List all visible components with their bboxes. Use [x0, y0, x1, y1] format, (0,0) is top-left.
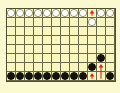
board-cell[interactable]: ●: [7, 9, 16, 18]
black-stone[interactable]: ●: [88, 63, 96, 71]
board-cell[interactable]: [79, 27, 88, 36]
board-cell[interactable]: [34, 54, 43, 63]
board-cell[interactable]: [52, 63, 61, 72]
white-stone[interactable]: ●: [70, 9, 78, 17]
board-cell[interactable]: ●: [97, 9, 106, 18]
board-cell[interactable]: [61, 63, 70, 72]
board-cell[interactable]: ●: [34, 9, 43, 18]
board-cell[interactable]: [106, 54, 115, 63]
board-cell[interactable]: [97, 36, 106, 45]
board-cell[interactable]: ●: [88, 63, 97, 72]
board-cell[interactable]: [106, 27, 115, 36]
black-stone[interactable]: ●: [43, 72, 51, 80]
board-cell[interactable]: [70, 54, 79, 63]
board-cell[interactable]: [25, 18, 34, 27]
board-cell[interactable]: [70, 18, 79, 27]
board-cell[interactable]: ●: [106, 9, 115, 18]
board-cell[interactable]: ●: [34, 72, 43, 81]
board-cell[interactable]: [52, 27, 61, 36]
board-cell[interactable]: ●: [25, 72, 34, 81]
board-cell[interactable]: [7, 45, 16, 54]
board-cell[interactable]: [43, 45, 52, 54]
board-cell[interactable]: [61, 54, 70, 63]
board-cell[interactable]: [16, 36, 25, 45]
board-cell[interactable]: [79, 45, 88, 54]
board-cell[interactable]: [7, 54, 16, 63]
board-cell[interactable]: ●: [16, 72, 25, 81]
board-cell[interactable]: [61, 36, 70, 45]
board-cell[interactable]: [25, 27, 34, 36]
board-cell[interactable]: ●: [43, 72, 52, 81]
board-cell[interactable]: ●: [25, 9, 34, 18]
board-cell[interactable]: ●: [70, 72, 79, 81]
black-stone[interactable]: ●: [16, 72, 24, 80]
board-cell[interactable]: [70, 27, 79, 36]
board-cell[interactable]: [61, 18, 70, 27]
white-stone[interactable]: ●: [88, 18, 96, 26]
board-cell[interactable]: ●: [43, 9, 52, 18]
white-stone[interactable]: ●: [61, 9, 69, 17]
board-cell[interactable]: [88, 27, 97, 36]
board-cell[interactable]: [88, 72, 97, 81]
board-cell[interactable]: [79, 36, 88, 45]
board-cell[interactable]: [16, 18, 25, 27]
white-stone[interactable]: ●: [25, 9, 33, 17]
board-cell[interactable]: [106, 36, 115, 45]
board-cell[interactable]: ●: [16, 9, 25, 18]
board-cell[interactable]: [106, 45, 115, 54]
black-stone[interactable]: ●: [7, 72, 15, 80]
board-cell[interactable]: [61, 45, 70, 54]
board-cell[interactable]: ●: [52, 9, 61, 18]
board-cell[interactable]: ●: [61, 9, 70, 18]
board-cell[interactable]: [52, 36, 61, 45]
board-cell[interactable]: ●: [61, 72, 70, 81]
black-stone[interactable]: ●: [79, 72, 87, 80]
black-stone[interactable]: ●: [106, 72, 114, 80]
white-stone[interactable]: ●: [43, 9, 51, 17]
board-cell[interactable]: [25, 54, 34, 63]
board-cell[interactable]: [16, 45, 25, 54]
board-cell[interactable]: [52, 18, 61, 27]
board-cell[interactable]: [34, 36, 43, 45]
board-cell[interactable]: [34, 18, 43, 27]
board-cell[interactable]: [7, 27, 16, 36]
white-stone[interactable]: ●: [7, 9, 15, 17]
white-stone[interactable]: ●: [106, 9, 114, 17]
board-cell[interactable]: ●: [70, 9, 79, 18]
board-cell[interactable]: [34, 27, 43, 36]
page-background: ●●●●●●●●●●●●●●●●●●●●●●●●: [0, 0, 120, 93]
black-stone[interactable]: ●: [70, 72, 78, 80]
board-cell[interactable]: [97, 72, 106, 81]
board-cell[interactable]: [97, 18, 106, 27]
black-stone[interactable]: ●: [97, 54, 105, 62]
board-cell[interactable]: [25, 63, 34, 72]
board-cell[interactable]: [43, 18, 52, 27]
latrunculi-board: ●●●●●●●●●●●●●●●●●●●●●●●●: [6, 8, 116, 82]
black-stone[interactable]: ●: [61, 72, 69, 80]
board-cell[interactable]: [16, 54, 25, 63]
board-cell[interactable]: [43, 36, 52, 45]
board-cell[interactable]: [61, 27, 70, 36]
board-cell[interactable]: [88, 45, 97, 54]
black-stone[interactable]: ●: [34, 72, 42, 80]
board-cell[interactable]: [88, 9, 97, 18]
board-cell[interactable]: ●: [106, 72, 115, 81]
white-stone[interactable]: ●: [16, 9, 24, 17]
board-cell[interactable]: [43, 63, 52, 72]
board-cell[interactable]: [25, 36, 34, 45]
board-cell[interactable]: [43, 54, 52, 63]
board-cell[interactable]: ●: [88, 18, 97, 27]
white-stone[interactable]: ●: [79, 9, 87, 17]
board-cell[interactable]: [97, 63, 106, 72]
black-stone[interactable]: ●: [52, 72, 60, 80]
board-cell[interactable]: [43, 27, 52, 36]
board-cell[interactable]: [97, 45, 106, 54]
board-cell[interactable]: [34, 63, 43, 72]
board-cell[interactable]: [7, 18, 16, 27]
board-cell[interactable]: [79, 18, 88, 27]
board-cell[interactable]: [88, 36, 97, 45]
board-cell[interactable]: [34, 45, 43, 54]
board-cell[interactable]: [16, 27, 25, 36]
board-cell[interactable]: [7, 36, 16, 45]
board-cell[interactable]: [88, 54, 97, 63]
board-cell[interactable]: [97, 27, 106, 36]
black-stone[interactable]: ●: [25, 72, 33, 80]
board-cell[interactable]: [106, 63, 115, 72]
board-cell[interactable]: [79, 63, 88, 72]
board-cell[interactable]: [7, 63, 16, 72]
white-stone[interactable]: ●: [52, 9, 60, 17]
board-cell[interactable]: ●: [52, 72, 61, 81]
board-cell[interactable]: [70, 63, 79, 72]
board-cell[interactable]: [52, 54, 61, 63]
board-cell[interactable]: [25, 45, 34, 54]
white-stone[interactable]: ●: [34, 9, 42, 17]
board-cell[interactable]: [106, 18, 115, 27]
board-cell[interactable]: [70, 45, 79, 54]
board-cell[interactable]: [79, 54, 88, 63]
board-cell[interactable]: [70, 36, 79, 45]
board-cell[interactable]: [52, 45, 61, 54]
board-cell[interactable]: ●: [97, 54, 106, 63]
white-stone[interactable]: ●: [97, 9, 105, 17]
board-cell[interactable]: ●: [79, 72, 88, 81]
board-cell[interactable]: ●: [79, 9, 88, 18]
board-cell[interactable]: ●: [7, 72, 16, 81]
board-cell[interactable]: [16, 63, 25, 72]
